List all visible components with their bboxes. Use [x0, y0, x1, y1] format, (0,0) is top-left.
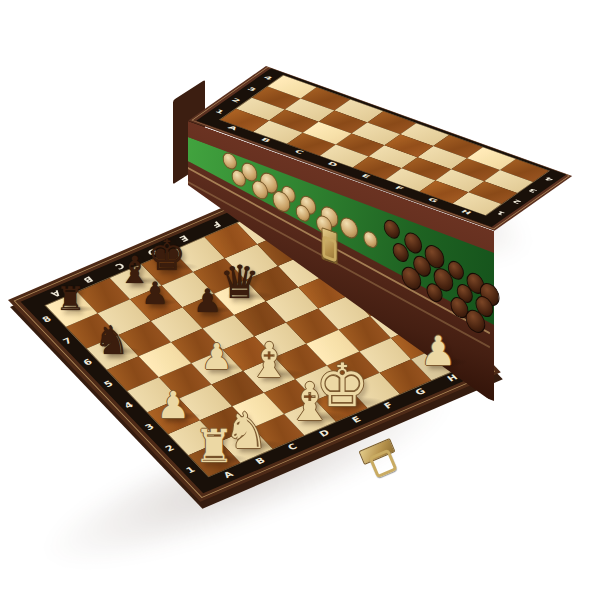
black-pawn-d6: ♟: [193, 285, 222, 317]
white-rook-a1: ♜: [194, 423, 235, 468]
white-pawn-c4: ♟: [201, 339, 233, 375]
white-bishop-d3: ♝: [248, 337, 291, 385]
black-rook-a8: ♜: [56, 283, 85, 316]
box-latch-ring: [322, 235, 336, 262]
white-pawn-a3: ♟: [156, 387, 189, 424]
chess-set-photo: ABCDEFGH ABCDEFGH 87654321 87654321 ABCD…: [0, 0, 600, 600]
black-king-d8: ♚: [147, 233, 185, 276]
black-pawn-c7: ♟: [141, 278, 169, 309]
black-queen-e6: ♛: [219, 260, 260, 306]
black-knight-a6: ♞: [94, 320, 130, 360]
white-bishop-d1: ♝: [287, 376, 334, 428]
white-pawn-h1: ♟: [420, 331, 456, 372]
